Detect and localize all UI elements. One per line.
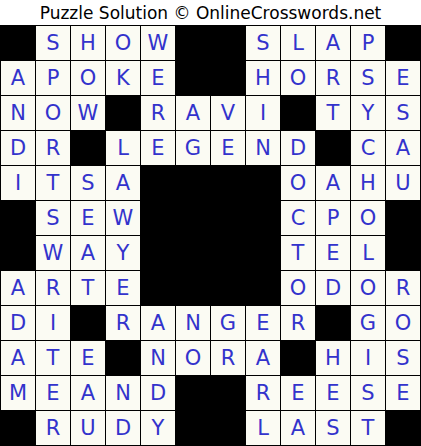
letter-cell-r5c10: A: [316, 166, 350, 200]
block-cell-r1c1: [1, 26, 35, 60]
letter-cell-r3c3: W: [71, 96, 105, 130]
letter-cell-r11c9: E: [281, 376, 315, 410]
block-cell-r12c6: [176, 411, 210, 445]
letter-cell-r3c2: O: [36, 96, 70, 130]
block-cell-r7c7: [211, 236, 245, 270]
letter-cell-r10c3: E: [71, 341, 105, 375]
letter-cell-r11c2: E: [36, 376, 70, 410]
block-cell-r6c7: [211, 201, 245, 235]
letter-cell-r4c6: G: [176, 131, 210, 165]
block-cell-r7c12: [386, 236, 420, 270]
letter-cell-r10c8: A: [246, 341, 280, 375]
letter-cell-r11c1: M: [1, 376, 35, 410]
letter-cell-r3c11: Y: [351, 96, 385, 130]
letter-cell-r4c7: E: [211, 131, 245, 165]
letter-cell-r8c4: E: [106, 271, 140, 305]
block-cell-r7c6: [176, 236, 210, 270]
letter-cell-r5c1: I: [1, 166, 35, 200]
block-cell-r10c4: [106, 341, 140, 375]
letter-cell-r1c4: O: [106, 26, 140, 60]
letter-cell-r6c10: P: [316, 201, 350, 235]
letter-cell-r11c8: R: [246, 376, 280, 410]
letter-cell-r1c5: W: [141, 26, 175, 60]
letter-cell-r2c3: O: [71, 61, 105, 95]
letter-cell-r3c12: S: [386, 96, 420, 130]
letter-cell-r1c11: P: [351, 26, 385, 60]
letter-cell-r4c1: D: [1, 131, 35, 165]
block-cell-r5c7: [211, 166, 245, 200]
letter-cell-r3c8: I: [246, 96, 280, 130]
block-cell-r6c12: [386, 201, 420, 235]
block-cell-r11c7: [211, 376, 245, 410]
block-cell-r12c7: [211, 411, 245, 445]
letter-cell-r8c11: O: [351, 271, 385, 305]
block-cell-r6c1: [1, 201, 35, 235]
block-cell-r7c8: [246, 236, 280, 270]
letter-cell-r11c10: E: [316, 376, 350, 410]
letter-cell-r12c10: S: [316, 411, 350, 445]
letter-cell-r6c11: O: [351, 201, 385, 235]
letter-cell-r2c12: E: [386, 61, 420, 95]
letter-cell-r8c1: A: [1, 271, 35, 305]
letter-cell-r5c3: S: [71, 166, 105, 200]
page-title: Puzzle Solution © OnlineCrosswords.net: [0, 0, 421, 25]
letter-cell-r5c11: H: [351, 166, 385, 200]
letter-cell-r8c12: R: [386, 271, 420, 305]
letter-cell-r4c12: A: [386, 131, 420, 165]
letter-cell-r7c3: A: [71, 236, 105, 270]
block-cell-r4c3: [71, 131, 105, 165]
letter-cell-r8c10: D: [316, 271, 350, 305]
letter-cell-r6c2: S: [36, 201, 70, 235]
letter-cell-r3c1: N: [1, 96, 35, 130]
block-cell-r3c4: [106, 96, 140, 130]
letter-cell-r10c12: S: [386, 341, 420, 375]
letter-cell-r2c4: K: [106, 61, 140, 95]
block-cell-r7c1: [1, 236, 35, 270]
letter-cell-r2c1: A: [1, 61, 35, 95]
letter-cell-r9c1: D: [1, 306, 35, 340]
letter-cell-r5c2: T: [36, 166, 70, 200]
letter-cell-r9c5: A: [141, 306, 175, 340]
block-cell-r5c6: [176, 166, 210, 200]
letter-cell-r9c2: I: [36, 306, 70, 340]
letter-cell-r7c10: E: [316, 236, 350, 270]
block-cell-r4c10: [316, 131, 350, 165]
letter-cell-r6c9: C: [281, 201, 315, 235]
block-cell-r9c3: [71, 306, 105, 340]
letter-cell-r11c3: A: [71, 376, 105, 410]
letter-cell-r4c4: L: [106, 131, 140, 165]
letter-cell-r4c11: C: [351, 131, 385, 165]
letter-cell-r12c4: D: [106, 411, 140, 445]
letter-cell-r7c11: L: [351, 236, 385, 270]
block-cell-r8c7: [211, 271, 245, 305]
letter-cell-r11c4: N: [106, 376, 140, 410]
block-cell-r12c1: [1, 411, 35, 445]
block-cell-r6c5: [141, 201, 175, 235]
letter-cell-r11c12: E: [386, 376, 420, 410]
letter-cell-r2c5: E: [141, 61, 175, 95]
letter-cell-r1c8: S: [246, 26, 280, 60]
block-cell-r1c6: [176, 26, 210, 60]
letter-cell-r11c5: D: [141, 376, 175, 410]
letter-cell-r10c10: H: [316, 341, 350, 375]
block-cell-r2c6: [176, 61, 210, 95]
block-cell-r9c10: [316, 306, 350, 340]
letter-cell-r9c6: N: [176, 306, 210, 340]
letter-cell-r4c2: R: [36, 131, 70, 165]
letter-cell-r9c9: R: [281, 306, 315, 340]
letter-cell-r1c10: A: [316, 26, 350, 60]
letter-cell-r9c8: E: [246, 306, 280, 340]
block-cell-r6c8: [246, 201, 280, 235]
letter-cell-r1c3: H: [71, 26, 105, 60]
letter-cell-r12c11: T: [351, 411, 385, 445]
letter-cell-r3c10: T: [316, 96, 350, 130]
letter-cell-r9c12: O: [386, 306, 420, 340]
letter-cell-r5c9: O: [281, 166, 315, 200]
block-cell-r8c6: [176, 271, 210, 305]
block-cell-r5c8: [246, 166, 280, 200]
letter-cell-r9c11: G: [351, 306, 385, 340]
block-cell-r8c5: [141, 271, 175, 305]
puzzle-solution-page: Puzzle Solution © OnlineCrosswords.net S…: [0, 0, 421, 446]
letter-cell-r12c5: Y: [141, 411, 175, 445]
letter-cell-r8c3: T: [71, 271, 105, 305]
letter-cell-r4c8: N: [246, 131, 280, 165]
letter-cell-r2c10: R: [316, 61, 350, 95]
letter-cell-r1c2: S: [36, 26, 70, 60]
letter-cell-r7c9: T: [281, 236, 315, 270]
letter-cell-r2c8: H: [246, 61, 280, 95]
block-cell-r6c6: [176, 201, 210, 235]
block-cell-r1c12: [386, 26, 420, 60]
letter-cell-r8c2: R: [36, 271, 70, 305]
letter-cell-r10c7: R: [211, 341, 245, 375]
letter-cell-r9c7: G: [211, 306, 245, 340]
letter-cell-r10c11: I: [351, 341, 385, 375]
letter-cell-r10c5: N: [141, 341, 175, 375]
block-cell-r10c9: [281, 341, 315, 375]
block-cell-r8c8: [246, 271, 280, 305]
letter-cell-r3c6: A: [176, 96, 210, 130]
block-cell-r5c5: [141, 166, 175, 200]
block-cell-r11c6: [176, 376, 210, 410]
letter-cell-r8c9: O: [281, 271, 315, 305]
block-cell-r3c9: [281, 96, 315, 130]
letter-cell-r4c9: D: [281, 131, 315, 165]
letter-cell-r12c9: A: [281, 411, 315, 445]
crossword-grid: SHOWSLAPAPOKEHORSENOWRAVITYSDRLEGENDCAIT…: [0, 25, 421, 446]
letter-cell-r10c1: A: [1, 341, 35, 375]
block-cell-r12c12: [386, 411, 420, 445]
letter-cell-r6c3: E: [71, 201, 105, 235]
block-cell-r7c5: [141, 236, 175, 270]
letter-cell-r11c11: S: [351, 376, 385, 410]
letter-cell-r10c6: O: [176, 341, 210, 375]
letter-cell-r1c9: L: [281, 26, 315, 60]
letter-cell-r12c8: L: [246, 411, 280, 445]
block-cell-r1c7: [211, 26, 245, 60]
letter-cell-r12c2: R: [36, 411, 70, 445]
letter-cell-r5c12: U: [386, 166, 420, 200]
block-cell-r2c7: [211, 61, 245, 95]
letter-cell-r2c11: S: [351, 61, 385, 95]
letter-cell-r6c4: W: [106, 201, 140, 235]
letter-cell-r2c9: O: [281, 61, 315, 95]
letter-cell-r7c4: Y: [106, 236, 140, 270]
letter-cell-r10c2: T: [36, 341, 70, 375]
letter-cell-r5c4: A: [106, 166, 140, 200]
letter-cell-r3c7: V: [211, 96, 245, 130]
letter-cell-r4c5: E: [141, 131, 175, 165]
letter-cell-r3c5: R: [141, 96, 175, 130]
letter-cell-r9c4: R: [106, 306, 140, 340]
letter-cell-r12c3: U: [71, 411, 105, 445]
letter-cell-r2c2: P: [36, 61, 70, 95]
letter-cell-r7c2: W: [36, 236, 70, 270]
